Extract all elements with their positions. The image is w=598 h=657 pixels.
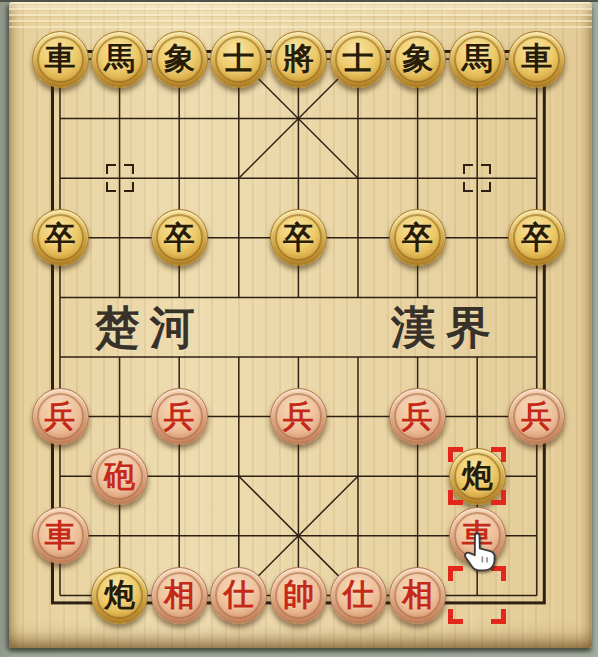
piece-character: 兵 [521, 396, 552, 438]
piece-character: 相 [164, 574, 195, 616]
piece-black-elephant[interactable]: 象 [389, 31, 446, 88]
piece-character: 仕 [223, 574, 254, 616]
piece-character: 兵 [283, 396, 314, 438]
piece-red-elephant[interactable]: 相 [151, 567, 208, 624]
piece-black-soldier[interactable]: 卒 [151, 209, 208, 266]
point-marker [106, 164, 134, 192]
piece-red-soldier[interactable]: 兵 [389, 388, 446, 445]
piece-character: 將 [283, 38, 314, 80]
point-marker [463, 164, 491, 192]
piece-character: 炮 [104, 574, 135, 616]
piece-black-elephant[interactable]: 象 [151, 31, 208, 88]
piece-character: 相 [402, 574, 433, 616]
piece-red-general[interactable]: 帥 [270, 567, 327, 624]
piece-character: 卒 [164, 217, 195, 259]
piece-black-chariot[interactable]: 車 [508, 31, 565, 88]
xiangqi-game-window: 楚河 漢界 車馬象士將士象馬車卒卒卒卒卒兵兵兵兵兵砲炮車車炮相仕帥仕相 [0, 0, 598, 657]
move-highlight [448, 447, 506, 505]
piece-black-general[interactable]: 將 [270, 31, 327, 88]
piece-character: 卒 [402, 217, 433, 259]
piece-red-elephant[interactable]: 相 [389, 567, 446, 624]
piece-red-advisor[interactable]: 仕 [330, 567, 387, 624]
piece-black-horse[interactable]: 馬 [449, 31, 506, 88]
piece-character: 士 [343, 38, 374, 80]
piece-character: 兵 [402, 396, 433, 438]
piece-black-soldier[interactable]: 卒 [270, 209, 327, 266]
piece-character: 士 [223, 38, 254, 80]
piece-black-soldier[interactable]: 卒 [32, 209, 89, 266]
piece-black-soldier[interactable]: 卒 [389, 209, 446, 266]
hand-cursor [461, 532, 499, 574]
hand-pointer-icon [461, 532, 499, 574]
piece-red-advisor[interactable]: 仕 [210, 567, 267, 624]
piece-character: 卒 [521, 217, 552, 259]
piece-black-advisor[interactable]: 士 [330, 31, 387, 88]
piece-character: 仕 [343, 574, 374, 616]
piece-character: 砲 [104, 455, 135, 497]
piece-character: 象 [402, 38, 433, 80]
piece-character: 馬 [104, 38, 135, 80]
piece-character: 車 [45, 515, 76, 557]
piece-black-cannon[interactable]: 炮 [91, 567, 148, 624]
river-label-han-jie: 漢界 [391, 303, 501, 353]
piece-black-horse[interactable]: 馬 [91, 31, 148, 88]
piece-character: 卒 [45, 217, 76, 259]
piece-character: 卒 [283, 217, 314, 259]
piece-red-chariot[interactable]: 車 [32, 507, 89, 564]
piece-character: 象 [164, 38, 195, 80]
piece-character: 兵 [45, 396, 76, 438]
piece-character: 車 [45, 38, 76, 80]
piece-red-soldier[interactable]: 兵 [32, 388, 89, 445]
piece-character: 車 [521, 38, 552, 80]
board-grid-lines [0, 0, 598, 657]
piece-red-soldier[interactable]: 兵 [151, 388, 208, 445]
piece-red-soldier[interactable]: 兵 [270, 388, 327, 445]
move-highlight [448, 566, 506, 624]
piece-red-cannon[interactable]: 砲 [91, 448, 148, 505]
piece-character: 帥 [283, 574, 314, 616]
piece-red-soldier[interactable]: 兵 [508, 388, 565, 445]
river-label-chu-he: 楚河 [95, 303, 205, 353]
piece-black-advisor[interactable]: 士 [210, 31, 267, 88]
piece-character: 兵 [164, 396, 195, 438]
piece-black-chariot[interactable]: 車 [32, 31, 89, 88]
piece-character: 馬 [462, 38, 493, 80]
